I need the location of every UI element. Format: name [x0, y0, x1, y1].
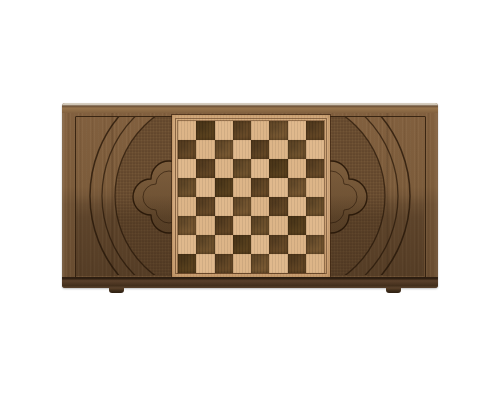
square-d7: [233, 140, 251, 159]
square-h1: [306, 254, 324, 273]
square-a6: [178, 159, 196, 178]
square-a8: [178, 121, 196, 140]
square-g2: [288, 235, 306, 254]
square-b4: [196, 197, 214, 216]
square-g7: [288, 140, 306, 159]
square-c7: [215, 140, 233, 159]
square-e1: [251, 254, 269, 273]
square-c8: [215, 121, 233, 140]
square-d8: [233, 121, 251, 140]
square-h6: [306, 159, 324, 178]
square-h3: [306, 216, 324, 235]
square-d6: [233, 159, 251, 178]
square-g8: [288, 121, 306, 140]
case-foot-left: [109, 288, 124, 293]
square-c6: [215, 159, 233, 178]
chessboard: [178, 121, 324, 273]
square-h2: [306, 235, 324, 254]
square-f5: [269, 178, 287, 197]
square-a2: [178, 235, 196, 254]
case-foot-right: [386, 288, 401, 293]
square-f8: [269, 121, 287, 140]
square-a5: [178, 178, 196, 197]
square-b7: [196, 140, 214, 159]
square-e6: [251, 159, 269, 178]
case-top-edge: [62, 103, 438, 113]
square-a3: [178, 216, 196, 235]
square-f7: [269, 140, 287, 159]
square-b3: [196, 216, 214, 235]
square-e2: [251, 235, 269, 254]
square-h4: [306, 197, 324, 216]
square-f2: [269, 235, 287, 254]
square-e8: [251, 121, 269, 140]
square-d4: [233, 197, 251, 216]
square-d3: [233, 216, 251, 235]
square-a7: [178, 140, 196, 159]
square-g5: [288, 178, 306, 197]
square-f3: [269, 216, 287, 235]
case-bottom-edge: [62, 277, 438, 288]
square-b6: [196, 159, 214, 178]
backgammon-case: [62, 103, 438, 288]
square-b8: [196, 121, 214, 140]
product-photo: [0, 0, 500, 400]
square-f1: [269, 254, 287, 273]
chessboard-panel: [172, 115, 330, 277]
square-c3: [215, 216, 233, 235]
square-a1: [178, 254, 196, 273]
square-c4: [215, 197, 233, 216]
square-h5: [306, 178, 324, 197]
square-f6: [269, 159, 287, 178]
square-g6: [288, 159, 306, 178]
square-e4: [251, 197, 269, 216]
square-e3: [251, 216, 269, 235]
square-b1: [196, 254, 214, 273]
square-c5: [215, 178, 233, 197]
square-e7: [251, 140, 269, 159]
square-a4: [178, 197, 196, 216]
square-h7: [306, 140, 324, 159]
square-b5: [196, 178, 214, 197]
square-h8: [306, 121, 324, 140]
square-c2: [215, 235, 233, 254]
square-e5: [251, 178, 269, 197]
square-g1: [288, 254, 306, 273]
square-f4: [269, 197, 287, 216]
square-g3: [288, 216, 306, 235]
square-g4: [288, 197, 306, 216]
square-d1: [233, 254, 251, 273]
square-d5: [233, 178, 251, 197]
square-b2: [196, 235, 214, 254]
square-c1: [215, 254, 233, 273]
square-d2: [233, 235, 251, 254]
